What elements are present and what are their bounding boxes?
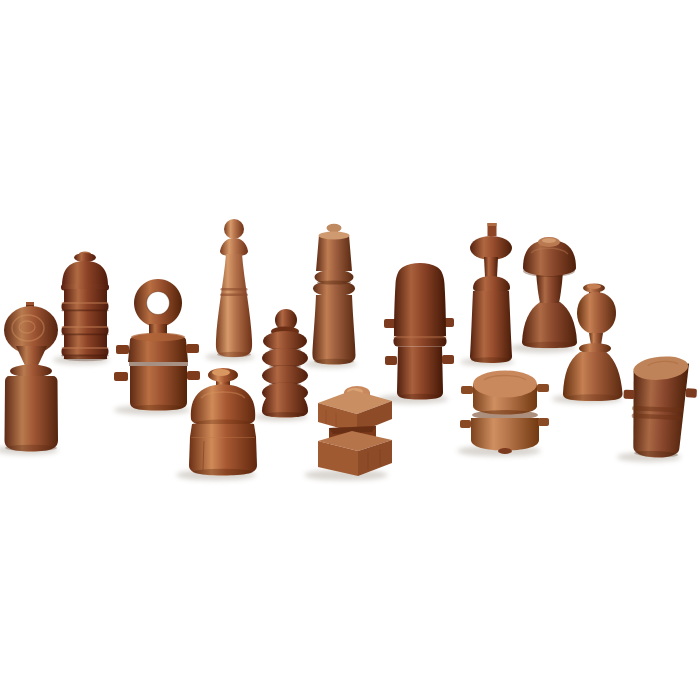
drum-base <box>189 424 257 476</box>
peg-lower-left <box>114 372 128 381</box>
tilted-cylinder-mill <box>621 351 698 459</box>
pepper-mill-collection-photo <box>0 0 700 700</box>
waisted-column-mill <box>313 224 356 365</box>
peg-lower-right <box>187 371 200 380</box>
peg-lower-right <box>538 418 549 426</box>
groove <box>129 362 188 366</box>
stem <box>484 257 498 277</box>
collar <box>473 276 510 293</box>
foot-nub <box>498 448 512 454</box>
body <box>470 291 512 363</box>
peg-upper-right <box>186 344 199 353</box>
stacked-bead-mill <box>262 309 308 418</box>
double-cube-mill <box>318 386 392 476</box>
puck-lower <box>471 418 539 451</box>
tapered-body <box>216 254 252 357</box>
taper-ball-mill <box>216 219 252 357</box>
cone-peg-mill <box>384 263 454 400</box>
ring-handle-mill <box>114 279 200 411</box>
ribbed-dome-mill <box>61 251 109 361</box>
peg-lower-right <box>442 355 454 364</box>
body <box>130 366 187 411</box>
lower-drum <box>397 347 443 400</box>
bell-knob-mill <box>189 368 257 476</box>
column-body <box>313 295 356 365</box>
peg-upper-left <box>116 345 129 354</box>
peg-lower-left <box>385 356 397 365</box>
mushroom-dome-mill <box>522 237 577 348</box>
cap <box>316 235 352 271</box>
product-photo <box>0 0 700 700</box>
peg-left <box>623 390 634 399</box>
puck-top-face <box>473 371 537 398</box>
double-puck-mill <box>460 371 549 455</box>
ring-handle <box>134 279 182 327</box>
saucer-ball-mill <box>470 223 512 363</box>
ball-finial <box>224 219 244 239</box>
bands <box>62 302 109 356</box>
peg-right <box>686 388 697 397</box>
dome-cap <box>62 261 108 286</box>
cone-body <box>394 263 446 336</box>
collar <box>10 365 52 378</box>
onion-bulb <box>577 292 616 334</box>
peg-upper-left <box>461 386 473 394</box>
saucer-bulb <box>470 236 512 260</box>
collar <box>220 238 248 257</box>
bell-base <box>563 352 623 401</box>
cylinder-base <box>5 376 59 452</box>
disc-head-mill <box>4 302 58 452</box>
button-finial <box>74 253 96 262</box>
peg-lower-left <box>460 420 471 428</box>
flat-knob <box>327 224 342 232</box>
peg-upper-right <box>537 384 549 392</box>
